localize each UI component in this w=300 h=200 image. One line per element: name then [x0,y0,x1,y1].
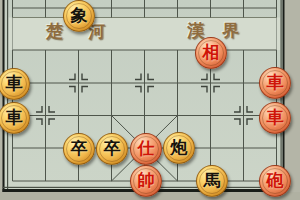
piece-glyph: 象 [71,7,88,24]
piece-black-elephant[interactable]: 象 [63,0,95,32]
piece-black-horse[interactable]: 馬 [196,165,228,197]
piece-red-general[interactable]: 帥 [130,165,162,197]
piece-glyph: 砲 [267,172,284,189]
piece-red-chariot[interactable]: 車 [259,102,291,134]
piece-glyph: 仕 [138,140,155,157]
piece-glyph: 馬 [204,172,221,189]
piece-red-chariot[interactable]: 車 [259,67,291,99]
piece-red-cannon[interactable]: 砲 [259,165,291,197]
piece-glyph: 卒 [104,140,121,157]
piece-glyph: 卒 [71,140,88,157]
piece-black-soldier[interactable]: 卒 [63,133,95,165]
piece-black-cannon[interactable]: 炮 [163,132,195,164]
xiangqi-board: 楚河 漢界 象相車車車車卒卒仕炮帥馬砲 [0,0,300,200]
piece-red-advisor[interactable]: 仕 [130,133,162,165]
pieces-layer: 象相車車車車卒卒仕炮帥馬砲 [0,0,300,200]
piece-black-soldier[interactable]: 卒 [96,133,128,165]
piece-glyph: 炮 [171,139,188,156]
piece-glyph: 帥 [138,172,155,189]
piece-glyph: 車 [267,74,284,91]
piece-glyph: 車 [267,109,284,126]
piece-glyph: 相 [203,44,220,61]
piece-red-elephant[interactable]: 相 [195,37,227,69]
piece-glyph: 車 [6,109,23,126]
piece-black-chariot[interactable]: 車 [0,102,30,134]
piece-glyph: 車 [6,75,23,92]
piece-black-chariot[interactable]: 車 [0,68,30,100]
